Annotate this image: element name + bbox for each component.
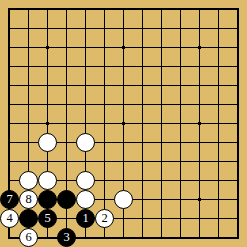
move-8-stone-white[interactable]: 8 [19, 190, 38, 209]
move-3-stone-black[interactable]: 3 [57, 228, 76, 247]
move-number: 8 [25, 193, 31, 206]
go-board-diagram: 78451263 [0, 0, 247, 247]
white-stone[interactable] [19, 171, 38, 190]
move-6-stone-white[interactable]: 6 [19, 228, 38, 247]
white-stone[interactable] [38, 171, 57, 190]
go-board[interactable]: 78451263 [0, 0, 247, 247]
black-stone[interactable] [57, 190, 76, 209]
move-number: 2 [101, 212, 107, 225]
white-stone[interactable] [38, 133, 57, 152]
move-number: 3 [63, 231, 69, 244]
move-number: 4 [6, 212, 12, 225]
white-stone[interactable] [114, 190, 133, 209]
black-stone[interactable] [19, 209, 38, 228]
white-stone[interactable] [76, 133, 95, 152]
white-stone[interactable] [76, 190, 95, 209]
move-number: 1 [82, 212, 88, 225]
move-5-stone-black[interactable]: 5 [38, 209, 57, 228]
move-number: 7 [6, 193, 12, 206]
move-1-stone-black[interactable]: 1 [76, 209, 95, 228]
move-4-stone-white[interactable]: 4 [0, 209, 19, 228]
move-number: 5 [44, 212, 50, 225]
move-2-stone-white[interactable]: 2 [95, 209, 114, 228]
move-7-stone-black[interactable]: 7 [0, 190, 19, 209]
white-stone[interactable] [76, 171, 95, 190]
black-stone[interactable] [38, 190, 57, 209]
move-number: 6 [25, 231, 31, 244]
